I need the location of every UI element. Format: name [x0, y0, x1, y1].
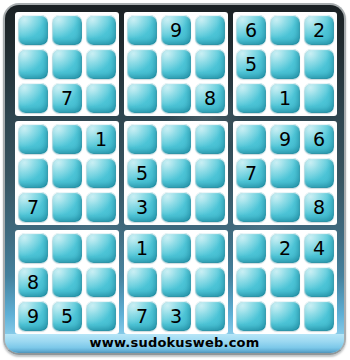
cell-r9c8[interactable] — [270, 301, 300, 331]
cell-r7c2[interactable] — [52, 233, 82, 263]
box-5: 53 — [124, 121, 228, 225]
cell-r9c9[interactable] — [304, 301, 334, 331]
cell-r2c6[interactable] — [195, 49, 225, 79]
cell-r6c4[interactable]: 3 — [127, 192, 157, 222]
cell-r6c5[interactable] — [161, 192, 191, 222]
cell-r2c3[interactable] — [86, 49, 116, 79]
cell-r7c8[interactable]: 2 — [270, 233, 300, 263]
cell-r7c9[interactable]: 4 — [304, 233, 334, 263]
cell-r1c8[interactable] — [270, 15, 300, 45]
box-9: 24 — [233, 230, 337, 334]
cell-r9c1[interactable]: 9 — [18, 301, 48, 331]
cell-r6c1[interactable]: 7 — [18, 192, 48, 222]
box-2: 98 — [124, 12, 228, 116]
cell-r1c4[interactable] — [127, 15, 157, 45]
cell-r8c3[interactable] — [86, 267, 116, 297]
cell-r3c8[interactable]: 1 — [270, 83, 300, 113]
cell-r7c7[interactable] — [236, 233, 266, 263]
cell-r5c3[interactable] — [86, 158, 116, 188]
cell-r8c6[interactable] — [195, 267, 225, 297]
cell-r2c1[interactable] — [18, 49, 48, 79]
cell-r8c9[interactable] — [304, 267, 334, 297]
box-7: 895 — [15, 230, 119, 334]
cell-r4c7[interactable] — [236, 124, 266, 154]
cell-r7c3[interactable] — [86, 233, 116, 263]
cell-r5c6[interactable] — [195, 158, 225, 188]
cell-r4c4[interactable] — [127, 124, 157, 154]
cell-r5c5[interactable] — [161, 158, 191, 188]
box-8: 173 — [124, 230, 228, 334]
cell-r4c9[interactable]: 6 — [304, 124, 334, 154]
cell-r7c1[interactable] — [18, 233, 48, 263]
cell-r4c5[interactable] — [161, 124, 191, 154]
cell-r4c3[interactable]: 1 — [86, 124, 116, 154]
sudoku-board: 79862511753967889517324 — [15, 12, 337, 334]
cell-r6c8[interactable] — [270, 192, 300, 222]
cell-r3c9[interactable] — [304, 83, 334, 113]
cell-r1c7[interactable]: 6 — [236, 15, 266, 45]
cell-r6c7[interactable] — [236, 192, 266, 222]
cell-r3c4[interactable] — [127, 83, 157, 113]
cell-r8c4[interactable] — [127, 267, 157, 297]
cell-r9c6[interactable] — [195, 301, 225, 331]
cell-r2c7[interactable]: 5 — [236, 49, 266, 79]
cell-r7c6[interactable] — [195, 233, 225, 263]
box-6: 9678 — [233, 121, 337, 225]
sudoku-widget: 79862511753967889517324 www.sudokusweb.c… — [3, 3, 346, 355]
cell-r1c6[interactable] — [195, 15, 225, 45]
cell-r5c2[interactable] — [52, 158, 82, 188]
cell-r4c1[interactable] — [18, 124, 48, 154]
cell-r1c3[interactable] — [86, 15, 116, 45]
box-4: 17 — [15, 121, 119, 225]
cell-r3c6[interactable]: 8 — [195, 83, 225, 113]
cell-r9c5[interactable]: 3 — [161, 301, 191, 331]
cell-r7c4[interactable]: 1 — [127, 233, 157, 263]
cell-r4c8[interactable]: 9 — [270, 124, 300, 154]
cell-r3c1[interactable] — [18, 83, 48, 113]
cell-r5c9[interactable] — [304, 158, 334, 188]
cell-r8c5[interactable] — [161, 267, 191, 297]
cell-r1c2[interactable] — [52, 15, 82, 45]
cell-r2c4[interactable] — [127, 49, 157, 79]
cell-r1c5[interactable]: 9 — [161, 15, 191, 45]
cell-r2c5[interactable] — [161, 49, 191, 79]
cell-r3c5[interactable] — [161, 83, 191, 113]
cell-r4c2[interactable] — [52, 124, 82, 154]
box-1: 7 — [15, 12, 119, 116]
cell-r8c2[interactable] — [52, 267, 82, 297]
cell-r5c8[interactable] — [270, 158, 300, 188]
cell-r9c3[interactable] — [86, 301, 116, 331]
cell-r8c7[interactable] — [236, 267, 266, 297]
cell-r3c2[interactable]: 7 — [52, 83, 82, 113]
cell-r3c7[interactable] — [236, 83, 266, 113]
site-link[interactable]: www.sudokusweb.com — [90, 335, 260, 350]
cell-r9c7[interactable] — [236, 301, 266, 331]
cell-r6c9[interactable]: 8 — [304, 192, 334, 222]
cell-r6c2[interactable] — [52, 192, 82, 222]
cell-r6c6[interactable] — [195, 192, 225, 222]
cell-r7c5[interactable] — [161, 233, 191, 263]
cell-r3c3[interactable] — [86, 83, 116, 113]
cell-r9c4[interactable]: 7 — [127, 301, 157, 331]
cell-r4c6[interactable] — [195, 124, 225, 154]
box-3: 6251 — [233, 12, 337, 116]
footer-band: www.sudokusweb.com — [5, 334, 344, 353]
cell-r6c3[interactable] — [86, 192, 116, 222]
cell-r8c1[interactable]: 8 — [18, 267, 48, 297]
cell-r9c2[interactable]: 5 — [52, 301, 82, 331]
cell-r5c7[interactable]: 7 — [236, 158, 266, 188]
cell-r5c4[interactable]: 5 — [127, 158, 157, 188]
cell-r1c1[interactable] — [18, 15, 48, 45]
cell-r2c2[interactable] — [52, 49, 82, 79]
cell-r1c9[interactable]: 2 — [304, 15, 334, 45]
cell-r2c8[interactable] — [270, 49, 300, 79]
cell-r8c8[interactable] — [270, 267, 300, 297]
cell-r2c9[interactable] — [304, 49, 334, 79]
cell-r5c1[interactable] — [18, 158, 48, 188]
